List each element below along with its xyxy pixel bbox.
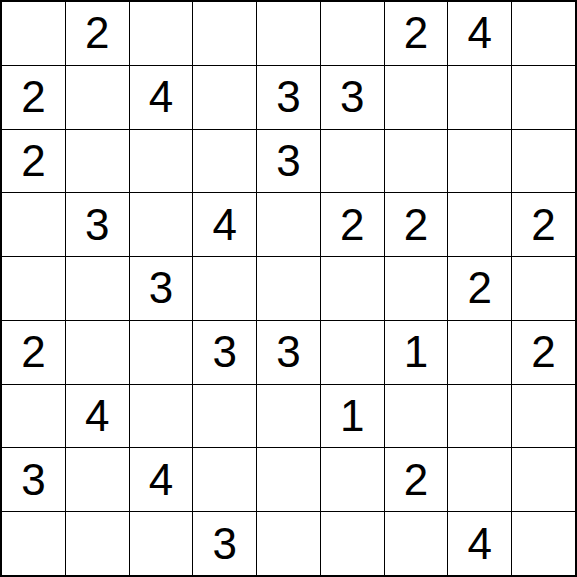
cell-r4c8[interactable] <box>448 193 511 256</box>
cell-r7c1[interactable] <box>2 385 65 448</box>
cell-r6c6[interactable] <box>321 321 384 384</box>
cell-r1c9[interactable] <box>512 2 575 65</box>
cell-r7c6: 1 <box>321 385 384 448</box>
cell-r5c3: 3 <box>130 257 193 320</box>
cell-r3c4[interactable] <box>193 130 256 193</box>
cell-r2c1: 2 <box>2 66 65 129</box>
cell-r3c1: 2 <box>2 130 65 193</box>
cell-r3c7[interactable] <box>385 130 448 193</box>
cell-r1c1[interactable] <box>2 2 65 65</box>
cell-r5c4[interactable] <box>193 257 256 320</box>
cell-r8c8[interactable] <box>448 448 511 511</box>
cell-r7c8[interactable] <box>448 385 511 448</box>
cell-r2c3: 4 <box>130 66 193 129</box>
cell-r2c9[interactable] <box>512 66 575 129</box>
cell-r2c2[interactable] <box>66 66 129 129</box>
cell-r8c7: 2 <box>385 448 448 511</box>
cell-r9c7[interactable] <box>385 512 448 575</box>
cell-r6c4: 3 <box>193 321 256 384</box>
cell-r1c5[interactable] <box>257 2 320 65</box>
cell-r3c5: 3 <box>257 130 320 193</box>
cell-r1c2: 2 <box>66 2 129 65</box>
cell-r1c8: 4 <box>448 2 511 65</box>
cell-r4c3[interactable] <box>130 193 193 256</box>
cell-r5c6[interactable] <box>321 257 384 320</box>
cell-r4c9: 2 <box>512 193 575 256</box>
cell-r5c9[interactable] <box>512 257 575 320</box>
cell-r9c4: 3 <box>193 512 256 575</box>
cell-r8c4[interactable] <box>193 448 256 511</box>
cell-r2c8[interactable] <box>448 66 511 129</box>
cell-r3c8[interactable] <box>448 130 511 193</box>
cell-r6c2[interactable] <box>66 321 129 384</box>
cell-r4c6: 2 <box>321 193 384 256</box>
cell-r6c5: 3 <box>257 321 320 384</box>
cell-r8c3: 4 <box>130 448 193 511</box>
cell-r1c7: 2 <box>385 2 448 65</box>
cell-r5c8: 2 <box>448 257 511 320</box>
cell-r7c4[interactable] <box>193 385 256 448</box>
cell-r1c3[interactable] <box>130 2 193 65</box>
cell-r2c6: 3 <box>321 66 384 129</box>
cell-r4c1[interactable] <box>2 193 65 256</box>
cell-r9c2[interactable] <box>66 512 129 575</box>
cell-r8c5[interactable] <box>257 448 320 511</box>
cell-r5c5[interactable] <box>257 257 320 320</box>
cell-r7c3[interactable] <box>130 385 193 448</box>
cell-r3c3[interactable] <box>130 130 193 193</box>
cell-r9c3[interactable] <box>130 512 193 575</box>
cell-r7c7[interactable] <box>385 385 448 448</box>
cell-r9c5[interactable] <box>257 512 320 575</box>
cell-r1c6[interactable] <box>321 2 384 65</box>
cell-r8c6[interactable] <box>321 448 384 511</box>
cell-r7c5[interactable] <box>257 385 320 448</box>
cell-r2c5: 3 <box>257 66 320 129</box>
cell-r9c9[interactable] <box>512 512 575 575</box>
cell-r3c6[interactable] <box>321 130 384 193</box>
cell-r5c7[interactable] <box>385 257 448 320</box>
cell-r9c6[interactable] <box>321 512 384 575</box>
cell-r4c7: 2 <box>385 193 448 256</box>
cell-r5c2[interactable] <box>66 257 129 320</box>
cell-r9c1[interactable] <box>2 512 65 575</box>
cell-r7c9[interactable] <box>512 385 575 448</box>
cell-r7c2: 4 <box>66 385 129 448</box>
cell-r9c8: 4 <box>448 512 511 575</box>
cell-r6c3[interactable] <box>130 321 193 384</box>
cell-r2c4[interactable] <box>193 66 256 129</box>
cell-r1c4[interactable] <box>193 2 256 65</box>
cell-r6c8[interactable] <box>448 321 511 384</box>
cell-r4c4: 4 <box>193 193 256 256</box>
cell-r8c9[interactable] <box>512 448 575 511</box>
cell-r4c2: 3 <box>66 193 129 256</box>
cell-r2c7[interactable] <box>385 66 448 129</box>
cell-r8c2[interactable] <box>66 448 129 511</box>
cell-r3c2[interactable] <box>66 130 129 193</box>
cell-r8c1: 3 <box>2 448 65 511</box>
cell-r5c1[interactable] <box>2 257 65 320</box>
cell-r3c9[interactable] <box>512 130 575 193</box>
cell-r4c5[interactable] <box>257 193 320 256</box>
cell-r6c1: 2 <box>2 321 65 384</box>
cell-r6c7: 1 <box>385 321 448 384</box>
puzzle-board: 2242433233422232233124134234 <box>0 0 577 577</box>
cell-r6c9: 2 <box>512 321 575 384</box>
